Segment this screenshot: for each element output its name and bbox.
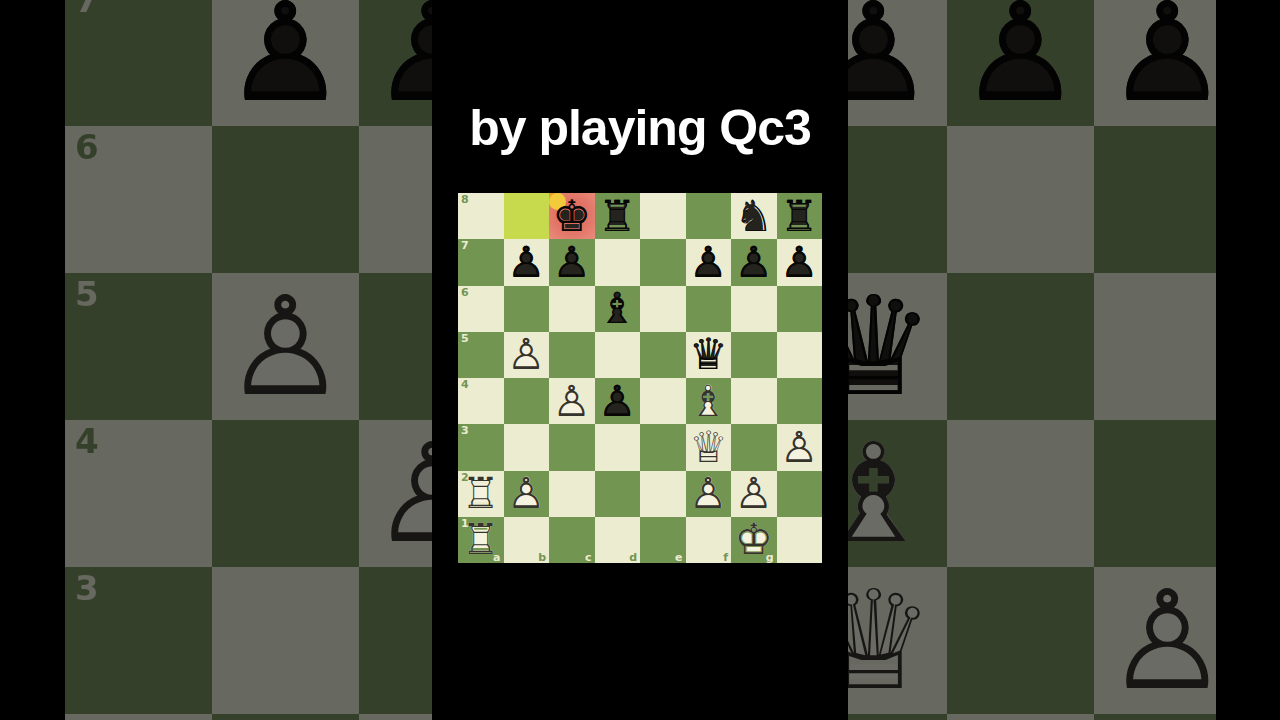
white-pawn-outline: ♙ xyxy=(549,378,595,424)
white-pawn-outline: ♙ xyxy=(212,273,359,420)
square-g4 xyxy=(947,420,1094,567)
video-strip: by playing Qc3 8♚♔♜♖♞♘♜♖7♟♙♟♙♟♙♟♙♟♙6♝♗5♟… xyxy=(432,0,848,720)
square-g8[interactable]: ♞♘ xyxy=(731,193,777,239)
rank-label-3: 3 xyxy=(461,425,469,436)
square-e6[interactable] xyxy=(640,286,686,332)
square-h3[interactable]: ♟♙ xyxy=(777,424,823,470)
rank-label-4: 4 xyxy=(75,424,99,458)
white-pawn[interactable]: ♟♙ xyxy=(504,471,550,517)
square-c8[interactable]: ♚♔ xyxy=(549,193,595,239)
white-bishop-outline: ♗ xyxy=(686,378,732,424)
square-e3[interactable] xyxy=(640,424,686,470)
black-pawn-outline: ♙ xyxy=(777,239,823,285)
square-a6: 6 xyxy=(65,126,212,273)
square-g2: ♟♙ xyxy=(947,714,1094,720)
square-b5[interactable]: ♟♙ xyxy=(504,332,550,378)
white-pawn: ♟♙ xyxy=(212,273,359,420)
white-pawn: ♟♙ xyxy=(212,714,359,720)
square-e4[interactable] xyxy=(640,378,686,424)
black-pawn: ♟♙ xyxy=(947,0,1094,126)
file-label-e: e xyxy=(675,552,682,563)
letterbox-bar-left xyxy=(0,0,64,720)
square-h2[interactable] xyxy=(777,471,823,517)
square-c5[interactable] xyxy=(549,332,595,378)
black-pawn[interactable]: ♟♙ xyxy=(777,239,823,285)
square-a2: 2♜♖ xyxy=(65,714,212,720)
square-h1[interactable] xyxy=(777,517,823,563)
file-label-f: f xyxy=(723,552,728,563)
chess-board[interactable]: 8♚♔♜♖♞♘♜♖7♟♙♟♙♟♙♟♙♟♙6♝♗5♟♙♛♕4♟♙♟♙♝♗3♛♕♟♙… xyxy=(458,193,822,563)
white-pawn-outline: ♙ xyxy=(212,714,359,720)
square-a8[interactable]: 8 xyxy=(458,193,504,239)
black-pawn-outline: ♙ xyxy=(947,0,1094,126)
square-c4[interactable]: ♟♙ xyxy=(549,378,595,424)
square-d1[interactable]: d xyxy=(595,517,641,563)
black-queen-outline: ♕ xyxy=(686,332,732,378)
file-label-b: b xyxy=(538,552,546,563)
black-bishop-outline: ♗ xyxy=(595,286,641,332)
square-b4 xyxy=(212,420,359,567)
black-pawn: ♟♙ xyxy=(212,0,359,126)
square-d8[interactable]: ♜♖ xyxy=(595,193,641,239)
square-b2[interactable]: ♟♙ xyxy=(504,471,550,517)
square-g5[interactable] xyxy=(731,332,777,378)
square-e2[interactable] xyxy=(640,471,686,517)
square-a4: 4 xyxy=(65,420,212,567)
square-h5[interactable] xyxy=(777,332,823,378)
white-pawn-outline: ♙ xyxy=(947,714,1094,720)
square-f2[interactable]: ♟♙ xyxy=(686,471,732,517)
square-a7[interactable]: 7 xyxy=(458,239,504,285)
white-pawn[interactable]: ♟♙ xyxy=(686,471,732,517)
square-b6 xyxy=(212,126,359,273)
letterbox-bar-right xyxy=(1216,0,1280,720)
black-pawn-outline: ♙ xyxy=(731,239,777,285)
square-a2[interactable]: 2♜♖ xyxy=(458,471,504,517)
black-pawn-outline: ♙ xyxy=(212,0,359,126)
square-g3 xyxy=(947,567,1094,714)
white-bishop[interactable]: ♝♗ xyxy=(686,378,732,424)
rank-label-6: 6 xyxy=(75,130,99,164)
square-d3[interactable] xyxy=(595,424,641,470)
square-g7: ♟♙ xyxy=(947,0,1094,126)
white-pawn-outline: ♙ xyxy=(504,332,550,378)
white-queen[interactable]: ♛♕ xyxy=(686,424,732,470)
black-king[interactable]: ♚♔ xyxy=(549,193,595,239)
black-knight-outline: ♘ xyxy=(731,193,777,239)
square-g5 xyxy=(947,273,1094,420)
square-g7[interactable]: ♟♙ xyxy=(731,239,777,285)
square-f7[interactable]: ♟♙ xyxy=(686,239,732,285)
square-d5[interactable] xyxy=(595,332,641,378)
rank-label-7: 7 xyxy=(75,0,99,17)
white-pawn[interactable]: ♟♙ xyxy=(731,471,777,517)
rank-label-8: 8 xyxy=(461,194,469,205)
black-bishop[interactable]: ♝♗ xyxy=(595,286,641,332)
square-a5[interactable]: 5 xyxy=(458,332,504,378)
white-pawn-outline: ♙ xyxy=(731,471,777,517)
black-rook[interactable]: ♜♖ xyxy=(777,193,823,239)
black-pawn-outline: ♙ xyxy=(686,239,732,285)
square-e5[interactable] xyxy=(640,332,686,378)
white-pawn-outline: ♙ xyxy=(686,471,732,517)
square-b1[interactable]: b xyxy=(504,517,550,563)
square-c2[interactable] xyxy=(549,471,595,517)
caption-text: by playing Qc3 xyxy=(432,99,848,157)
square-a6[interactable]: 6 xyxy=(458,286,504,332)
square-b8[interactable] xyxy=(504,193,550,239)
white-pawn-outline: ♙ xyxy=(504,471,550,517)
white-pawn[interactable]: ♟♙ xyxy=(549,378,595,424)
black-pawn[interactable]: ♟♙ xyxy=(504,239,550,285)
black-pawn-outline: ♙ xyxy=(549,239,595,285)
square-b3[interactable] xyxy=(504,424,550,470)
square-a3[interactable]: 3 xyxy=(458,424,504,470)
black-pawn[interactable]: ♟♙ xyxy=(595,378,641,424)
square-b2: ♟♙ xyxy=(212,714,359,720)
square-f3[interactable]: ♛♕ xyxy=(686,424,732,470)
square-h6[interactable] xyxy=(777,286,823,332)
square-g4[interactable] xyxy=(731,378,777,424)
square-b4[interactable] xyxy=(504,378,550,424)
square-b5: ♟♙ xyxy=(212,273,359,420)
file-label-d: d xyxy=(629,552,637,563)
square-h4[interactable] xyxy=(777,378,823,424)
square-e8[interactable] xyxy=(640,193,686,239)
black-king-outline: ♔ xyxy=(549,193,595,239)
square-g6[interactable] xyxy=(731,286,777,332)
black-rook[interactable]: ♜♖ xyxy=(595,193,641,239)
white-pawn-outline: ♙ xyxy=(777,424,823,470)
white-pawn: ♟♙ xyxy=(947,714,1094,720)
black-pawn[interactable]: ♟♙ xyxy=(549,239,595,285)
square-b7[interactable]: ♟♙ xyxy=(504,239,550,285)
square-c7[interactable]: ♟♙ xyxy=(549,239,595,285)
square-f4[interactable]: ♝♗ xyxy=(686,378,732,424)
square-h8[interactable]: ♜♖ xyxy=(777,193,823,239)
square-f1[interactable]: f xyxy=(686,517,732,563)
square-e7[interactable] xyxy=(640,239,686,285)
square-b3 xyxy=(212,567,359,714)
square-c3[interactable] xyxy=(549,424,595,470)
rank-label-2: 2 xyxy=(461,472,469,483)
rank-label-5: 5 xyxy=(75,277,99,311)
square-g1[interactable]: g♚♔ xyxy=(731,517,777,563)
black-queen[interactable]: ♛♕ xyxy=(686,332,732,378)
square-f6[interactable] xyxy=(686,286,732,332)
black-rook-outline: ♖ xyxy=(777,193,823,239)
square-a3: 3 xyxy=(65,567,212,714)
square-g3[interactable] xyxy=(731,424,777,470)
white-pawn[interactable]: ♟♙ xyxy=(504,332,550,378)
rank-label-5: 5 xyxy=(461,333,469,344)
black-pawn-outline: ♙ xyxy=(504,239,550,285)
rank-label-1: 1 xyxy=(461,518,469,529)
file-label-g: g xyxy=(766,552,774,563)
square-b6[interactable] xyxy=(504,286,550,332)
rank-label-4: 4 xyxy=(461,379,469,390)
square-b7: ♟♙ xyxy=(212,0,359,126)
black-rook-outline: ♖ xyxy=(595,193,641,239)
square-a5: 5 xyxy=(65,273,212,420)
white-pawn[interactable]: ♟♙ xyxy=(777,424,823,470)
square-d6[interactable]: ♝♗ xyxy=(595,286,641,332)
video-frame: 8♚♔♜♖♞♘♜♖7♟♙♟♙♟♙♟♙♟♙6♝♗5♟♙♛♕4♟♙♟♙♝♗3♛♕♟♙… xyxy=(0,0,1280,720)
rank-label-6: 6 xyxy=(461,287,469,298)
black-pawn-outline: ♙ xyxy=(595,378,641,424)
file-label-c: c xyxy=(585,552,592,563)
square-c1[interactable]: c xyxy=(549,517,595,563)
square-d7[interactable] xyxy=(595,239,641,285)
rank-label-7: 7 xyxy=(461,240,469,251)
square-c6[interactable] xyxy=(549,286,595,332)
square-a4[interactable]: 4 xyxy=(458,378,504,424)
square-f8[interactable] xyxy=(686,193,732,239)
rank-label-3: 3 xyxy=(75,571,99,605)
square-d4[interactable]: ♟♙ xyxy=(595,378,641,424)
black-pawn[interactable]: ♟♙ xyxy=(686,239,732,285)
black-pawn[interactable]: ♟♙ xyxy=(731,239,777,285)
square-h7[interactable]: ♟♙ xyxy=(777,239,823,285)
square-g2[interactable]: ♟♙ xyxy=(731,471,777,517)
white-queen-outline: ♕ xyxy=(686,424,732,470)
square-e1[interactable]: e xyxy=(640,517,686,563)
black-knight[interactable]: ♞♘ xyxy=(731,193,777,239)
square-d2[interactable] xyxy=(595,471,641,517)
square-f5[interactable]: ♛♕ xyxy=(686,332,732,378)
square-g6 xyxy=(947,126,1094,273)
file-label-a: a xyxy=(493,552,500,563)
square-a7: 7 xyxy=(65,0,212,126)
square-a1[interactable]: 1a♜♖ xyxy=(458,517,504,563)
